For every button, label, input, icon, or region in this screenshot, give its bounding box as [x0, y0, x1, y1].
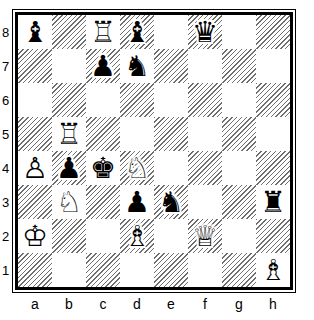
- square-c1: [86, 253, 120, 287]
- file-label-a: a: [18, 296, 52, 312]
- square-b8: [52, 15, 86, 49]
- square-f8: ♛: [188, 15, 222, 49]
- file-label-d: d: [120, 296, 154, 312]
- square-d3: ♟: [120, 185, 154, 219]
- white-king-a2: ♔: [22, 219, 48, 253]
- square-b4: ♟: [52, 151, 86, 185]
- square-g1: [222, 253, 256, 287]
- white-bishop-d2: ♗: [124, 219, 150, 253]
- black-knight-e3: ♞: [158, 185, 184, 219]
- square-e2: [154, 219, 188, 253]
- file-label-f: f: [188, 296, 222, 312]
- black-knight-d7: ♞: [124, 49, 150, 83]
- black-king-c4: ♚: [90, 151, 116, 185]
- square-c8: ♖: [86, 15, 120, 49]
- square-f1: [188, 253, 222, 287]
- square-d4: ♘: [120, 151, 154, 185]
- square-g3: [222, 185, 256, 219]
- white-knight-b3: ♘: [56, 185, 82, 219]
- square-e8: [154, 15, 188, 49]
- file-labels: abcdefgh: [18, 296, 290, 312]
- black-rook-h3: ♜: [260, 185, 286, 219]
- square-g6: [222, 83, 256, 117]
- square-b1: [52, 253, 86, 287]
- rank-labels: 87654321: [0, 15, 11, 287]
- square-g8: [222, 15, 256, 49]
- square-e3: ♞: [154, 185, 188, 219]
- square-c2: [86, 219, 120, 253]
- square-b5: ♖: [52, 117, 86, 151]
- white-bishop-h1: ♗: [260, 253, 286, 287]
- square-f7: [188, 49, 222, 83]
- square-b3: ♘: [52, 185, 86, 219]
- square-d7: ♞: [120, 49, 154, 83]
- square-h4: [256, 151, 290, 185]
- file-label-h: h: [256, 296, 290, 312]
- file-label-g: g: [222, 296, 256, 312]
- chess-board: ♝♖♝♛♟♞♖♙♟♚♘♘♟♞♜♔♗♕♗: [15, 12, 293, 290]
- square-a3: [18, 185, 52, 219]
- square-d1: [120, 253, 154, 287]
- black-pawn-d3: ♟: [124, 185, 150, 219]
- square-d2: ♗: [120, 219, 154, 253]
- square-f3: [188, 185, 222, 219]
- white-rook-b5: ♖: [56, 117, 82, 151]
- square-h5: [256, 117, 290, 151]
- square-d6: [120, 83, 154, 117]
- square-c3: [86, 185, 120, 219]
- square-c7: ♟: [86, 49, 120, 83]
- square-a7: [18, 49, 52, 83]
- square-a1: [18, 253, 52, 287]
- black-pawn-c7: ♟: [90, 49, 116, 83]
- rank-label-3: 3: [0, 185, 11, 219]
- file-label-c: c: [86, 296, 120, 312]
- file-label-b: b: [52, 296, 86, 312]
- file-label-e: e: [154, 296, 188, 312]
- square-a4: ♙: [18, 151, 52, 185]
- white-knight-d4: ♘: [124, 151, 150, 185]
- square-h3: ♜: [256, 185, 290, 219]
- square-h1: ♗: [256, 253, 290, 287]
- square-h6: [256, 83, 290, 117]
- square-d8: ♝: [120, 15, 154, 49]
- square-c5: [86, 117, 120, 151]
- rank-label-4: 4: [0, 151, 11, 185]
- square-c4: ♚: [86, 151, 120, 185]
- rank-label-5: 5: [0, 117, 11, 151]
- square-g7: [222, 49, 256, 83]
- square-e4: [154, 151, 188, 185]
- square-b2: [52, 219, 86, 253]
- square-f6: [188, 83, 222, 117]
- square-a8: ♝: [18, 15, 52, 49]
- white-queen-f2: ♕: [192, 219, 218, 253]
- square-c6: [86, 83, 120, 117]
- square-g4: [222, 151, 256, 185]
- square-h8: [256, 15, 290, 49]
- square-e5: [154, 117, 188, 151]
- square-a5: [18, 117, 52, 151]
- square-e6: [154, 83, 188, 117]
- square-e1: [154, 253, 188, 287]
- square-f2: ♕: [188, 219, 222, 253]
- rank-label-2: 2: [0, 219, 11, 253]
- square-b7: [52, 49, 86, 83]
- square-e7: [154, 49, 188, 83]
- black-bishop-a8: ♝: [22, 15, 48, 49]
- square-g5: [222, 117, 256, 151]
- rank-label-7: 7: [0, 49, 11, 83]
- white-rook-c8: ♖: [90, 15, 116, 49]
- square-d5: [120, 117, 154, 151]
- black-bishop-d8: ♝: [124, 15, 150, 49]
- square-f5: [188, 117, 222, 151]
- square-a6: [18, 83, 52, 117]
- square-h7: [256, 49, 290, 83]
- white-pawn-a4: ♙: [22, 151, 48, 185]
- square-f4: [188, 151, 222, 185]
- black-pawn-b4: ♟: [56, 151, 82, 185]
- black-queen-f8: ♛: [192, 15, 218, 49]
- chess-diagram: 87654321 ♝♖♝♛♟♞♖♙♟♚♘♘♟♞♜♔♗♕♗ abcdefgh: [0, 0, 314, 320]
- square-h2: [256, 219, 290, 253]
- square-g2: [222, 219, 256, 253]
- rank-label-1: 1: [0, 253, 11, 287]
- board-frame: ♝♖♝♛♟♞♖♙♟♚♘♘♟♞♜♔♗♕♗: [12, 9, 296, 293]
- rank-label-6: 6: [0, 83, 11, 117]
- rank-label-8: 8: [0, 15, 11, 49]
- square-b6: [52, 83, 86, 117]
- square-a2: ♔: [18, 219, 52, 253]
